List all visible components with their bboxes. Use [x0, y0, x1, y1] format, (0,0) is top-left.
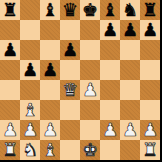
square-c8[interactable]: ♝: [40, 0, 60, 20]
white-knight-b1: ♞: [22, 140, 38, 160]
square-h8[interactable]: ♜: [140, 0, 160, 20]
square-b3[interactable]: ♝: [20, 100, 40, 120]
square-b5[interactable]: ♟: [20, 60, 40, 80]
square-f1[interactable]: [100, 140, 120, 160]
white-rook-a1: ♜: [2, 140, 18, 160]
square-c7[interactable]: [40, 20, 60, 40]
square-f6[interactable]: [100, 40, 120, 60]
square-e3[interactable]: [80, 100, 100, 120]
square-d1[interactable]: [60, 140, 80, 160]
black-bishop-f8: ♝: [102, 0, 118, 20]
square-f8[interactable]: ♝: [100, 0, 120, 20]
square-g5[interactable]: [120, 60, 140, 80]
square-g7[interactable]: ♟: [120, 20, 140, 40]
square-h2[interactable]: ♟: [140, 120, 160, 140]
white-pawn-c2: ♟: [42, 120, 58, 140]
black-pawn-f7: ♟: [102, 20, 118, 40]
square-d3[interactable]: [60, 100, 80, 120]
square-e2[interactable]: [80, 120, 100, 140]
square-f4[interactable]: [100, 80, 120, 100]
square-f2[interactable]: ♟: [100, 120, 120, 140]
black-king-e8: ♚: [82, 0, 98, 20]
black-rook-a8: ♜: [2, 0, 18, 20]
black-pawn-h7: ♟: [142, 20, 158, 40]
square-c2[interactable]: ♟: [40, 120, 60, 140]
square-h7[interactable]: ♟: [140, 20, 160, 40]
square-b2[interactable]: ♟: [20, 120, 40, 140]
square-e7[interactable]: [80, 20, 100, 40]
black-knight-g8: ♞: [122, 0, 138, 20]
square-b7[interactable]: [20, 20, 40, 40]
square-a1[interactable]: ♜: [0, 140, 20, 160]
square-g6[interactable]: [120, 40, 140, 60]
white-bishop-c1: ♝: [42, 140, 58, 160]
black-bishop-c8: ♝: [42, 0, 58, 20]
black-pawn-g7: ♟: [122, 20, 138, 40]
square-a3[interactable]: [0, 100, 20, 120]
square-g8[interactable]: ♞: [120, 0, 140, 20]
black-pawn-b5: ♟: [22, 60, 38, 80]
square-h6[interactable]: [140, 40, 160, 60]
square-d8[interactable]: ♛: [60, 0, 80, 20]
square-b6[interactable]: [20, 40, 40, 60]
white-pawn-g2: ♟: [122, 120, 138, 140]
square-c6[interactable]: [40, 40, 60, 60]
square-d2[interactable]: [60, 120, 80, 140]
square-h3[interactable]: [140, 100, 160, 120]
square-e4[interactable]: ♟: [80, 80, 100, 100]
square-d7[interactable]: [60, 20, 80, 40]
square-h4[interactable]: [140, 80, 160, 100]
square-e1[interactable]: ♚: [80, 140, 100, 160]
square-a8[interactable]: ♜: [0, 0, 20, 20]
chess-board: ♜♝♛♚♝♞♜♟♟♟♟♟♟♟♛♟♝♟♟♟♟♟♟♜♞♝♚♜: [0, 0, 160, 160]
black-pawn-a6: ♟: [2, 40, 18, 60]
chess-board-frame: ♜♝♛♚♝♞♜♟♟♟♟♟♟♟♛♟♝♟♟♟♟♟♟♜♞♝♚♜: [0, 0, 162, 162]
white-pawn-e4: ♟: [82, 80, 98, 100]
square-h5[interactable]: [140, 60, 160, 80]
square-b8[interactable]: [20, 0, 40, 20]
square-g3[interactable]: [120, 100, 140, 120]
square-e5[interactable]: [80, 60, 100, 80]
square-e8[interactable]: ♚: [80, 0, 100, 20]
square-d6[interactable]: ♟: [60, 40, 80, 60]
square-a2[interactable]: ♟: [0, 120, 20, 140]
square-c4[interactable]: [40, 80, 60, 100]
square-c5[interactable]: ♟: [40, 60, 60, 80]
square-b1[interactable]: ♞: [20, 140, 40, 160]
square-g4[interactable]: [120, 80, 140, 100]
white-pawn-h2: ♟: [142, 120, 158, 140]
square-c3[interactable]: [40, 100, 60, 120]
square-c1[interactable]: ♝: [40, 140, 60, 160]
square-f3[interactable]: [100, 100, 120, 120]
square-a4[interactable]: [0, 80, 20, 100]
square-a6[interactable]: ♟: [0, 40, 20, 60]
square-d5[interactable]: [60, 60, 80, 80]
white-pawn-a2: ♟: [2, 120, 18, 140]
black-pawn-d6: ♟: [62, 40, 78, 60]
square-b4[interactable]: [20, 80, 40, 100]
white-rook-h1: ♜: [142, 140, 158, 160]
square-g1[interactable]: [120, 140, 140, 160]
black-queen-d8: ♛: [62, 0, 78, 20]
white-pawn-f2: ♟: [102, 120, 118, 140]
square-f5[interactable]: [100, 60, 120, 80]
square-a5[interactable]: [0, 60, 20, 80]
white-queen-d4: ♛: [62, 80, 78, 100]
white-bishop-b3: ♝: [22, 100, 38, 120]
square-f7[interactable]: ♟: [100, 20, 120, 40]
black-rook-h8: ♜: [142, 0, 158, 20]
square-d4[interactable]: ♛: [60, 80, 80, 100]
square-g2[interactable]: ♟: [120, 120, 140, 140]
white-king-e1: ♚: [82, 140, 98, 160]
square-a7[interactable]: [0, 20, 20, 40]
square-e6[interactable]: [80, 40, 100, 60]
square-h1[interactable]: ♜: [140, 140, 160, 160]
black-pawn-c5: ♟: [42, 60, 58, 80]
white-pawn-b2: ♟: [22, 120, 38, 140]
